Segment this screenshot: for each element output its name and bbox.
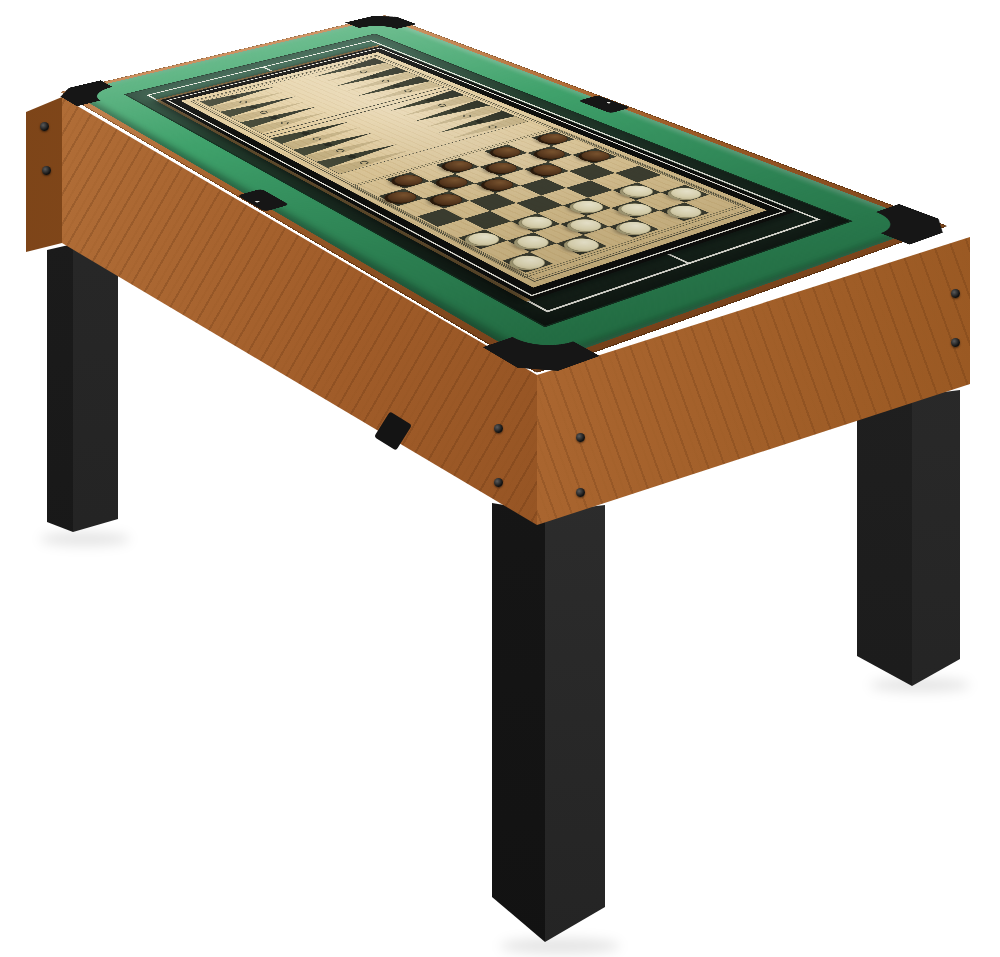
multi-game-table-photo: ⛂⛂⛀⛂⛀⛀⛂⛂⛀⛂⛀⛀⛂⛂⛀⛂⛀⛀⛂⛂⛀⛂⛀⛀ bbox=[0, 0, 1000, 957]
floor-shadow bbox=[500, 938, 620, 954]
screw bbox=[494, 424, 503, 433]
screw bbox=[951, 289, 960, 298]
pocket-screw-dot bbox=[606, 102, 611, 104]
pocket-screw-dot bbox=[254, 201, 260, 203]
screw bbox=[951, 338, 960, 347]
screw bbox=[40, 122, 49, 131]
screw bbox=[576, 488, 585, 497]
screw bbox=[42, 166, 51, 175]
floor-shadow bbox=[40, 532, 130, 546]
screw bbox=[576, 433, 585, 442]
screw bbox=[494, 478, 503, 487]
backgammon-bar-divider bbox=[263, 87, 444, 135]
